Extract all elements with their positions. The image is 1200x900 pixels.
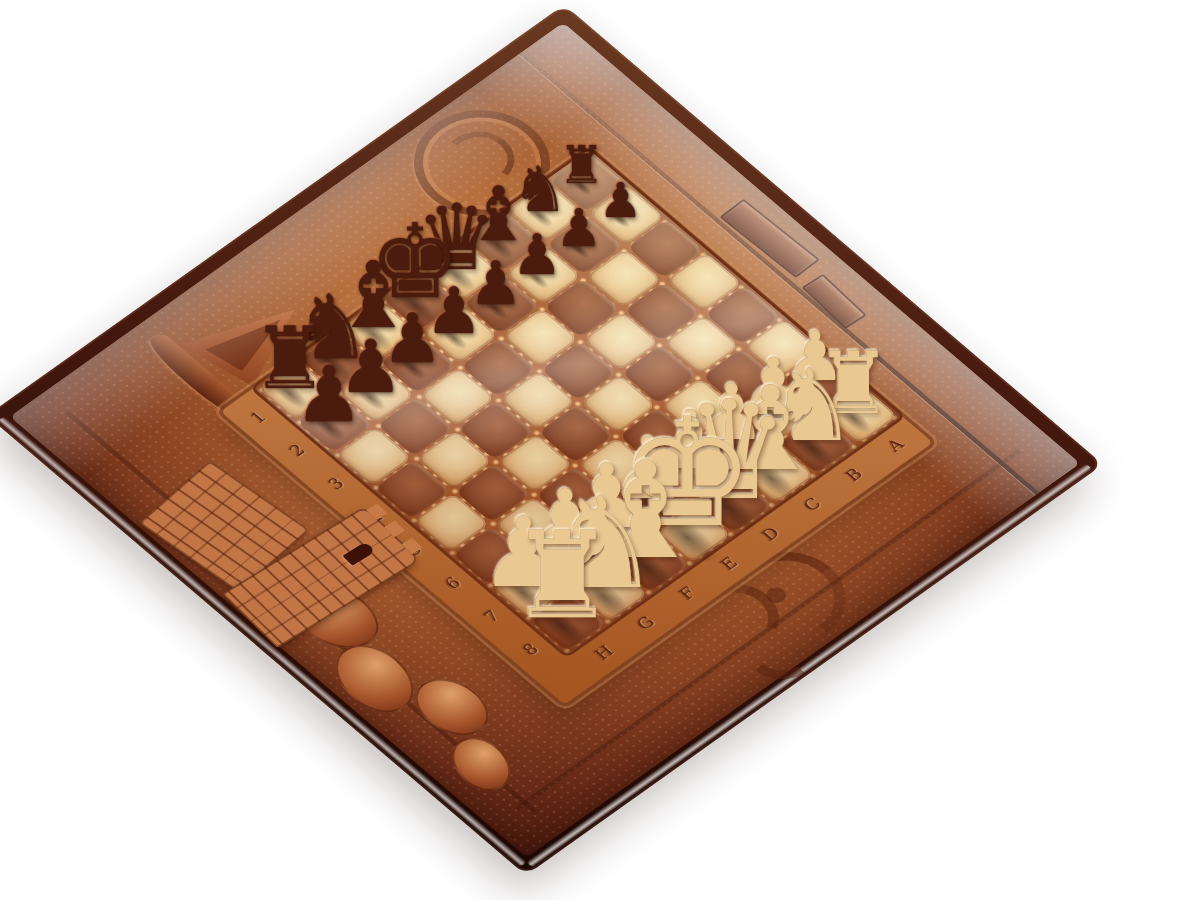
file-label-b: B — [841, 464, 866, 484]
piece-light-rook-h8[interactable]: ♜ — [509, 516, 617, 636]
piece-dark-pawn-h2[interactable]: ♟ — [294, 356, 363, 433]
carved-stone — [402, 668, 503, 746]
carved-frame: 12345678 ABCDEFGH ♜♞♝♛♚♝♞♜♟♟♟♟♟♟♟♟♟♟♟♟♟♟… — [10, 22, 1081, 857]
file-label-a: A — [883, 435, 908, 455]
carved-block — [719, 199, 819, 278]
photo-stage: 12345678 ABCDEFGH ♜♞♝♛♚♝♞♜♟♟♟♟♟♟♟♟♟♟♟♟♟♟… — [0, 0, 1200, 900]
chess-box: 12345678 ABCDEFGH ♜♞♝♛♚♝♞♜♟♟♟♟♟♟♟♟♟♟♟♟♟♟… — [0, 5, 1103, 876]
file-label-c: C — [799, 494, 825, 514]
rank-label-1: 1 — [246, 407, 270, 426]
piece-dark-pawn-a2[interactable]: ♟ — [599, 176, 642, 224]
rank-label-7: 7 — [479, 606, 503, 625]
piece-dark-pawn-b2[interactable]: ♟ — [555, 202, 602, 254]
carved-stone — [440, 730, 522, 799]
